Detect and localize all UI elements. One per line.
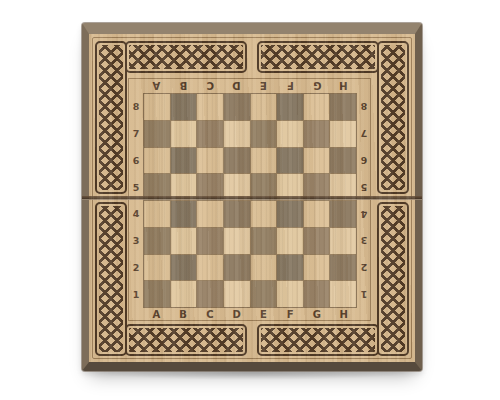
rank-label-right-8: 8 (357, 93, 371, 120)
file-label-top-a: A (143, 78, 170, 93)
square-d3 (224, 228, 250, 254)
square-e3 (251, 228, 277, 254)
file-label-top-d: D (223, 78, 250, 93)
knot-band-left-upper (95, 41, 127, 194)
square-d7 (224, 121, 250, 147)
square-h8 (330, 94, 356, 120)
file-label-bottom-b: B (170, 307, 197, 322)
square-g8 (304, 94, 330, 120)
file-label-bottom-f: F (277, 307, 304, 322)
rank-label-right-3: 3 (357, 227, 371, 254)
file-label-top-e: E (250, 78, 277, 93)
file-label-bottom-e: E (250, 307, 277, 322)
square-b8 (171, 94, 197, 120)
rank-label-left-1: 1 (129, 281, 143, 308)
file-label-bottom-a: A (143, 307, 170, 322)
square-a7 (144, 121, 170, 147)
square-b7 (171, 121, 197, 147)
square-h1 (330, 281, 356, 307)
square-c1 (197, 281, 223, 307)
rank-label-left-7: 7 (129, 120, 143, 147)
file-label-bottom-c: C (197, 307, 224, 322)
square-c8 (197, 94, 223, 120)
knot-band-left-lower (95, 202, 127, 356)
square-b2 (171, 255, 197, 281)
square-e8 (251, 94, 277, 120)
square-d8 (224, 94, 250, 120)
checkerboard (143, 93, 357, 308)
rank-label-right-6: 6 (357, 147, 371, 174)
square-f1 (277, 281, 303, 307)
square-f2 (277, 255, 303, 281)
rank-label-right-7: 7 (357, 120, 371, 147)
square-c2 (197, 255, 223, 281)
chess-board: ABCDEFGH ABCDEFGH 87654321 87654321 (82, 23, 422, 371)
square-c4 (197, 201, 223, 227)
square-a1 (144, 281, 170, 307)
knot-band-top-right (257, 41, 379, 73)
square-h2 (330, 255, 356, 281)
square-g1 (304, 281, 330, 307)
rank-label-left-2: 2 (129, 254, 143, 281)
square-f7 (277, 121, 303, 147)
square-a4 (144, 201, 170, 227)
square-e7 (251, 121, 277, 147)
square-h3 (330, 228, 356, 254)
rank-label-right-2: 2 (357, 254, 371, 281)
square-e1 (251, 281, 277, 307)
rank-label-left-6: 6 (129, 147, 143, 174)
file-label-top-c: C (197, 78, 224, 93)
square-f6 (277, 148, 303, 174)
file-label-bottom-d: D (223, 307, 250, 322)
knot-band-bottom-left (125, 324, 247, 356)
file-labels-bottom: ABCDEFGH (143, 307, 357, 322)
square-c7 (197, 121, 223, 147)
rank-label-right-4: 4 (357, 201, 371, 228)
square-d4 (224, 201, 250, 227)
product-photo: ABCDEFGH ABCDEFGH 87654321 87654321 (0, 0, 500, 400)
square-g6 (304, 148, 330, 174)
square-h4 (330, 201, 356, 227)
square-d6 (224, 148, 250, 174)
square-c6 (197, 148, 223, 174)
rank-label-right-1: 1 (357, 281, 371, 308)
rank-labels-right: 87654321 (357, 93, 371, 308)
file-label-bottom-g: G (304, 307, 331, 322)
square-d1 (224, 281, 250, 307)
knot-band-bottom-right (257, 324, 379, 356)
square-a3 (144, 228, 170, 254)
file-label-top-f: F (277, 78, 304, 93)
square-a6 (144, 148, 170, 174)
file-label-top-h: H (330, 78, 357, 93)
file-label-top-b: B (170, 78, 197, 93)
square-b1 (171, 281, 197, 307)
fold-seam (82, 196, 422, 200)
file-label-bottom-h: H (330, 307, 357, 322)
square-f4 (277, 201, 303, 227)
square-b4 (171, 201, 197, 227)
knot-band-right-upper (377, 41, 409, 194)
knot-band-right-lower (377, 202, 409, 356)
rank-labels-left: 87654321 (129, 93, 143, 308)
square-d2 (224, 255, 250, 281)
rank-label-left-3: 3 (129, 227, 143, 254)
square-f3 (277, 228, 303, 254)
rank-label-left-4: 4 (129, 201, 143, 228)
square-b3 (171, 228, 197, 254)
square-a2 (144, 255, 170, 281)
square-g4 (304, 201, 330, 227)
square-h7 (330, 121, 356, 147)
square-e6 (251, 148, 277, 174)
file-label-top-g: G (304, 78, 331, 93)
knot-band-top-left (125, 41, 247, 73)
square-g2 (304, 255, 330, 281)
file-labels-top: ABCDEFGH (143, 78, 357, 93)
square-g3 (304, 228, 330, 254)
square-c3 (197, 228, 223, 254)
board-face: ABCDEFGH ABCDEFGH 87654321 87654321 (89, 34, 415, 362)
square-e4 (251, 201, 277, 227)
rank-label-left-8: 8 (129, 93, 143, 120)
square-h6 (330, 148, 356, 174)
square-g7 (304, 121, 330, 147)
square-e2 (251, 255, 277, 281)
square-f8 (277, 94, 303, 120)
square-a8 (144, 94, 170, 120)
square-b6 (171, 148, 197, 174)
